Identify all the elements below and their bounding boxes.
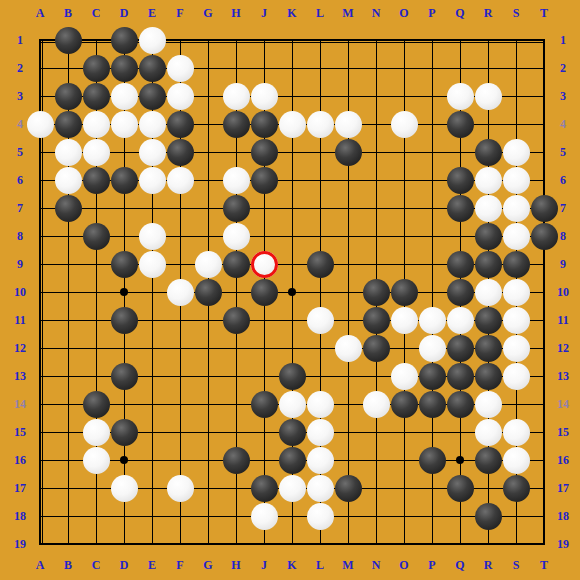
- point-H7[interactable]: [222, 194, 250, 222]
- point-H16[interactable]: [222, 446, 250, 474]
- point-P7[interactable]: [418, 194, 446, 222]
- point-N5[interactable]: [362, 138, 390, 166]
- point-F6[interactable]: [166, 166, 194, 194]
- point-M8[interactable]: [334, 222, 362, 250]
- point-J11[interactable]: [250, 306, 278, 334]
- point-R2[interactable]: [474, 54, 502, 82]
- point-K8[interactable]: [278, 222, 306, 250]
- point-M2[interactable]: [334, 54, 362, 82]
- point-J1[interactable]: [250, 26, 278, 54]
- point-E13[interactable]: [138, 362, 166, 390]
- point-B7[interactable]: [54, 194, 82, 222]
- point-M14[interactable]: [334, 390, 362, 418]
- point-O15[interactable]: [390, 418, 418, 446]
- point-B15[interactable]: [54, 418, 82, 446]
- point-C11[interactable]: [82, 306, 110, 334]
- point-S15[interactable]: [502, 418, 530, 446]
- point-L13[interactable]: [306, 362, 334, 390]
- point-Q12[interactable]: [446, 334, 474, 362]
- point-L15[interactable]: [306, 418, 334, 446]
- point-L8[interactable]: [306, 222, 334, 250]
- point-D2[interactable]: [110, 54, 138, 82]
- point-C7[interactable]: [82, 194, 110, 222]
- point-L9[interactable]: [306, 250, 334, 278]
- point-E14[interactable]: [138, 390, 166, 418]
- point-K4[interactable]: [278, 110, 306, 138]
- point-S16[interactable]: [502, 446, 530, 474]
- point-K7[interactable]: [278, 194, 306, 222]
- point-S9[interactable]: [502, 250, 530, 278]
- point-N19[interactable]: [362, 530, 390, 558]
- point-Q15[interactable]: [446, 418, 474, 446]
- point-Q10[interactable]: [446, 278, 474, 306]
- point-C5[interactable]: [82, 138, 110, 166]
- point-O17[interactable]: [390, 474, 418, 502]
- point-Q7[interactable]: [446, 194, 474, 222]
- point-P1[interactable]: [418, 26, 446, 54]
- point-J3[interactable]: [250, 82, 278, 110]
- point-L16[interactable]: [306, 446, 334, 474]
- point-D4[interactable]: [110, 110, 138, 138]
- point-E19[interactable]: [138, 530, 166, 558]
- point-G3[interactable]: [194, 82, 222, 110]
- point-S17[interactable]: [502, 474, 530, 502]
- point-L4[interactable]: [306, 110, 334, 138]
- point-K10[interactable]: [278, 278, 306, 306]
- point-G2[interactable]: [194, 54, 222, 82]
- point-G5[interactable]: [194, 138, 222, 166]
- point-N11[interactable]: [362, 306, 390, 334]
- point-F12[interactable]: [166, 334, 194, 362]
- point-S6[interactable]: [502, 166, 530, 194]
- point-L6[interactable]: [306, 166, 334, 194]
- point-O9[interactable]: [390, 250, 418, 278]
- point-R10[interactable]: [474, 278, 502, 306]
- point-N15[interactable]: [362, 418, 390, 446]
- point-D12[interactable]: [110, 334, 138, 362]
- point-J6[interactable]: [250, 166, 278, 194]
- point-C4[interactable]: [82, 110, 110, 138]
- point-E16[interactable]: [138, 446, 166, 474]
- point-G12[interactable]: [194, 334, 222, 362]
- point-C6[interactable]: [82, 166, 110, 194]
- point-M17[interactable]: [334, 474, 362, 502]
- point-L5[interactable]: [306, 138, 334, 166]
- point-K2[interactable]: [278, 54, 306, 82]
- point-N3[interactable]: [362, 82, 390, 110]
- point-B14[interactable]: [54, 390, 82, 418]
- point-E9[interactable]: [138, 250, 166, 278]
- point-R6[interactable]: [474, 166, 502, 194]
- point-D11[interactable]: [110, 306, 138, 334]
- point-C15[interactable]: [82, 418, 110, 446]
- point-P14[interactable]: [418, 390, 446, 418]
- point-S8[interactable]: [502, 222, 530, 250]
- point-J13[interactable]: [250, 362, 278, 390]
- point-G13[interactable]: [194, 362, 222, 390]
- point-F9[interactable]: [166, 250, 194, 278]
- point-D8[interactable]: [110, 222, 138, 250]
- point-C17[interactable]: [82, 474, 110, 502]
- point-L14[interactable]: [306, 390, 334, 418]
- point-P3[interactable]: [418, 82, 446, 110]
- point-R5[interactable]: [474, 138, 502, 166]
- point-H11[interactable]: [222, 306, 250, 334]
- point-R3[interactable]: [474, 82, 502, 110]
- point-E15[interactable]: [138, 418, 166, 446]
- point-O3[interactable]: [390, 82, 418, 110]
- point-J5[interactable]: [250, 138, 278, 166]
- point-C9[interactable]: [82, 250, 110, 278]
- point-H18[interactable]: [222, 502, 250, 530]
- point-L1[interactable]: [306, 26, 334, 54]
- point-L11[interactable]: [306, 306, 334, 334]
- point-J18[interactable]: [250, 502, 278, 530]
- point-R19[interactable]: [474, 530, 502, 558]
- point-K13[interactable]: [278, 362, 306, 390]
- point-F1[interactable]: [166, 26, 194, 54]
- point-E5[interactable]: [138, 138, 166, 166]
- point-H2[interactable]: [222, 54, 250, 82]
- point-K17[interactable]: [278, 474, 306, 502]
- point-P10[interactable]: [418, 278, 446, 306]
- point-F18[interactable]: [166, 502, 194, 530]
- point-Q14[interactable]: [446, 390, 474, 418]
- point-K5[interactable]: [278, 138, 306, 166]
- point-F15[interactable]: [166, 418, 194, 446]
- point-M9[interactable]: [334, 250, 362, 278]
- point-S12[interactable]: [502, 334, 530, 362]
- point-O12[interactable]: [390, 334, 418, 362]
- point-Q2[interactable]: [446, 54, 474, 82]
- point-O16[interactable]: [390, 446, 418, 474]
- point-N12[interactable]: [362, 334, 390, 362]
- point-B5[interactable]: [54, 138, 82, 166]
- point-B13[interactable]: [54, 362, 82, 390]
- point-B18[interactable]: [54, 502, 82, 530]
- point-P5[interactable]: [418, 138, 446, 166]
- point-O14[interactable]: [390, 390, 418, 418]
- point-P8[interactable]: [418, 222, 446, 250]
- point-P15[interactable]: [418, 418, 446, 446]
- point-C8[interactable]: [82, 222, 110, 250]
- point-H15[interactable]: [222, 418, 250, 446]
- point-G18[interactable]: [194, 502, 222, 530]
- point-H5[interactable]: [222, 138, 250, 166]
- point-H9[interactable]: [222, 250, 250, 278]
- point-M19[interactable]: [334, 530, 362, 558]
- point-F5[interactable]: [166, 138, 194, 166]
- point-O5[interactable]: [390, 138, 418, 166]
- point-S4[interactable]: [502, 110, 530, 138]
- point-M18[interactable]: [334, 502, 362, 530]
- point-E1[interactable]: [138, 26, 166, 54]
- point-L2[interactable]: [306, 54, 334, 82]
- point-O1[interactable]: [390, 26, 418, 54]
- point-B17[interactable]: [54, 474, 82, 502]
- point-B10[interactable]: [54, 278, 82, 306]
- point-N8[interactable]: [362, 222, 390, 250]
- point-F7[interactable]: [166, 194, 194, 222]
- point-D13[interactable]: [110, 362, 138, 390]
- point-B8[interactable]: [54, 222, 82, 250]
- point-L7[interactable]: [306, 194, 334, 222]
- point-M6[interactable]: [334, 166, 362, 194]
- point-P16[interactable]: [418, 446, 446, 474]
- point-G17[interactable]: [194, 474, 222, 502]
- point-Q17[interactable]: [446, 474, 474, 502]
- point-J9[interactable]: [250, 250, 278, 278]
- point-M5[interactable]: [334, 138, 362, 166]
- point-P9[interactable]: [418, 250, 446, 278]
- point-H8[interactable]: [222, 222, 250, 250]
- point-S5[interactable]: [502, 138, 530, 166]
- point-D10[interactable]: [110, 278, 138, 306]
- point-E12[interactable]: [138, 334, 166, 362]
- point-C3[interactable]: [82, 82, 110, 110]
- point-D14[interactable]: [110, 390, 138, 418]
- point-Q16[interactable]: [446, 446, 474, 474]
- point-R12[interactable]: [474, 334, 502, 362]
- point-O8[interactable]: [390, 222, 418, 250]
- point-B6[interactable]: [54, 166, 82, 194]
- point-K18[interactable]: [278, 502, 306, 530]
- point-L18[interactable]: [306, 502, 334, 530]
- point-K15[interactable]: [278, 418, 306, 446]
- point-E3[interactable]: [138, 82, 166, 110]
- point-B16[interactable]: [54, 446, 82, 474]
- point-P18[interactable]: [418, 502, 446, 530]
- point-M12[interactable]: [334, 334, 362, 362]
- point-F13[interactable]: [166, 362, 194, 390]
- point-R4[interactable]: [474, 110, 502, 138]
- point-E6[interactable]: [138, 166, 166, 194]
- point-K16[interactable]: [278, 446, 306, 474]
- point-C10[interactable]: [82, 278, 110, 306]
- point-J8[interactable]: [250, 222, 278, 250]
- point-D16[interactable]: [110, 446, 138, 474]
- point-N17[interactable]: [362, 474, 390, 502]
- point-M4[interactable]: [334, 110, 362, 138]
- point-D1[interactable]: [110, 26, 138, 54]
- point-N10[interactable]: [362, 278, 390, 306]
- point-Q18[interactable]: [446, 502, 474, 530]
- point-R7[interactable]: [474, 194, 502, 222]
- point-M7[interactable]: [334, 194, 362, 222]
- point-J19[interactable]: [250, 530, 278, 558]
- point-C1[interactable]: [82, 26, 110, 54]
- point-F2[interactable]: [166, 54, 194, 82]
- point-O10[interactable]: [390, 278, 418, 306]
- point-R9[interactable]: [474, 250, 502, 278]
- point-C12[interactable]: [82, 334, 110, 362]
- point-F19[interactable]: [166, 530, 194, 558]
- point-H10[interactable]: [222, 278, 250, 306]
- point-R18[interactable]: [474, 502, 502, 530]
- point-D5[interactable]: [110, 138, 138, 166]
- point-C13[interactable]: [82, 362, 110, 390]
- point-R17[interactable]: [474, 474, 502, 502]
- point-H12[interactable]: [222, 334, 250, 362]
- point-B12[interactable]: [54, 334, 82, 362]
- point-S2[interactable]: [502, 54, 530, 82]
- point-M10[interactable]: [334, 278, 362, 306]
- point-O7[interactable]: [390, 194, 418, 222]
- point-F4[interactable]: [166, 110, 194, 138]
- point-G8[interactable]: [194, 222, 222, 250]
- point-P4[interactable]: [418, 110, 446, 138]
- point-J10[interactable]: [250, 278, 278, 306]
- point-Q11[interactable]: [446, 306, 474, 334]
- point-S14[interactable]: [502, 390, 530, 418]
- point-B11[interactable]: [54, 306, 82, 334]
- point-N6[interactable]: [362, 166, 390, 194]
- point-D7[interactable]: [110, 194, 138, 222]
- point-R14[interactable]: [474, 390, 502, 418]
- point-Q6[interactable]: [446, 166, 474, 194]
- point-F11[interactable]: [166, 306, 194, 334]
- point-S10[interactable]: [502, 278, 530, 306]
- point-O18[interactable]: [390, 502, 418, 530]
- point-L3[interactable]: [306, 82, 334, 110]
- point-G6[interactable]: [194, 166, 222, 194]
- point-H3[interactable]: [222, 82, 250, 110]
- point-F14[interactable]: [166, 390, 194, 418]
- point-S7[interactable]: [502, 194, 530, 222]
- point-E11[interactable]: [138, 306, 166, 334]
- point-K9[interactable]: [278, 250, 306, 278]
- point-B1[interactable]: [54, 26, 82, 54]
- point-P17[interactable]: [418, 474, 446, 502]
- point-H19[interactable]: [222, 530, 250, 558]
- point-J2[interactable]: [250, 54, 278, 82]
- point-S13[interactable]: [502, 362, 530, 390]
- point-H13[interactable]: [222, 362, 250, 390]
- point-G9[interactable]: [194, 250, 222, 278]
- point-Q9[interactable]: [446, 250, 474, 278]
- point-R1[interactable]: [474, 26, 502, 54]
- point-L19[interactable]: [306, 530, 334, 558]
- point-B4[interactable]: [54, 110, 82, 138]
- point-D6[interactable]: [110, 166, 138, 194]
- point-L17[interactable]: [306, 474, 334, 502]
- point-O11[interactable]: [390, 306, 418, 334]
- point-M11[interactable]: [334, 306, 362, 334]
- point-B9[interactable]: [54, 250, 82, 278]
- point-B3[interactable]: [54, 82, 82, 110]
- point-M13[interactable]: [334, 362, 362, 390]
- point-Q3[interactable]: [446, 82, 474, 110]
- point-N2[interactable]: [362, 54, 390, 82]
- point-P19[interactable]: [418, 530, 446, 558]
- point-H14[interactable]: [222, 390, 250, 418]
- point-L10[interactable]: [306, 278, 334, 306]
- point-R16[interactable]: [474, 446, 502, 474]
- point-J15[interactable]: [250, 418, 278, 446]
- point-E10[interactable]: [138, 278, 166, 306]
- point-G19[interactable]: [194, 530, 222, 558]
- point-F8[interactable]: [166, 222, 194, 250]
- point-B2[interactable]: [54, 54, 82, 82]
- point-K12[interactable]: [278, 334, 306, 362]
- point-L12[interactable]: [306, 334, 334, 362]
- point-S11[interactable]: [502, 306, 530, 334]
- point-Q5[interactable]: [446, 138, 474, 166]
- point-S3[interactable]: [502, 82, 530, 110]
- point-Q13[interactable]: [446, 362, 474, 390]
- point-C16[interactable]: [82, 446, 110, 474]
- point-R15[interactable]: [474, 418, 502, 446]
- point-C18[interactable]: [82, 502, 110, 530]
- point-H4[interactable]: [222, 110, 250, 138]
- point-C19[interactable]: [82, 530, 110, 558]
- point-N13[interactable]: [362, 362, 390, 390]
- point-J17[interactable]: [250, 474, 278, 502]
- point-J14[interactable]: [250, 390, 278, 418]
- point-M16[interactable]: [334, 446, 362, 474]
- point-D9[interactable]: [110, 250, 138, 278]
- point-H17[interactable]: [222, 474, 250, 502]
- point-C2[interactable]: [82, 54, 110, 82]
- point-R13[interactable]: [474, 362, 502, 390]
- point-G11[interactable]: [194, 306, 222, 334]
- point-G10[interactable]: [194, 278, 222, 306]
- point-G1[interactable]: [194, 26, 222, 54]
- point-E18[interactable]: [138, 502, 166, 530]
- point-Q8[interactable]: [446, 222, 474, 250]
- point-K3[interactable]: [278, 82, 306, 110]
- point-D18[interactable]: [110, 502, 138, 530]
- point-N4[interactable]: [362, 110, 390, 138]
- point-D15[interactable]: [110, 418, 138, 446]
- point-D19[interactable]: [110, 530, 138, 558]
- point-H1[interactable]: [222, 26, 250, 54]
- point-K1[interactable]: [278, 26, 306, 54]
- point-N16[interactable]: [362, 446, 390, 474]
- point-P2[interactable]: [418, 54, 446, 82]
- point-K11[interactable]: [278, 306, 306, 334]
- point-O13[interactable]: [390, 362, 418, 390]
- point-P6[interactable]: [418, 166, 446, 194]
- point-M3[interactable]: [334, 82, 362, 110]
- point-G14[interactable]: [194, 390, 222, 418]
- point-D3[interactable]: [110, 82, 138, 110]
- point-G7[interactable]: [194, 194, 222, 222]
- point-D17[interactable]: [110, 474, 138, 502]
- point-N1[interactable]: [362, 26, 390, 54]
- point-G16[interactable]: [194, 446, 222, 474]
- point-H6[interactable]: [222, 166, 250, 194]
- point-E2[interactable]: [138, 54, 166, 82]
- point-B19[interactable]: [54, 530, 82, 558]
- point-S18[interactable]: [502, 502, 530, 530]
- point-J16[interactable]: [250, 446, 278, 474]
- point-R11[interactable]: [474, 306, 502, 334]
- point-K14[interactable]: [278, 390, 306, 418]
- point-N14[interactable]: [362, 390, 390, 418]
- point-M1[interactable]: [334, 26, 362, 54]
- point-M15[interactable]: [334, 418, 362, 446]
- point-E8[interactable]: [138, 222, 166, 250]
- point-G4[interactable]: [194, 110, 222, 138]
- point-N18[interactable]: [362, 502, 390, 530]
- point-P11[interactable]: [418, 306, 446, 334]
- point-F10[interactable]: [166, 278, 194, 306]
- point-P12[interactable]: [418, 334, 446, 362]
- point-O4[interactable]: [390, 110, 418, 138]
- point-G15[interactable]: [194, 418, 222, 446]
- point-J4[interactable]: [250, 110, 278, 138]
